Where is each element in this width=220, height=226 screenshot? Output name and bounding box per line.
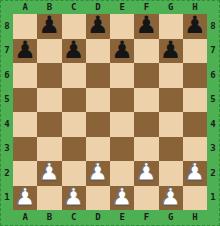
square-h4[interactable] bbox=[183, 112, 207, 137]
file-label-g-top: G bbox=[159, 1, 183, 14]
chess-board-frame: ABCDEFGH8♟♟♟♟87♟♟♟♟7665544332♟♟♟♟21♟♟♟♟1… bbox=[0, 0, 220, 226]
square-f6[interactable] bbox=[134, 63, 158, 88]
file-label-f-bottom: F bbox=[134, 210, 158, 225]
rank-label-7-right: 7 bbox=[207, 39, 219, 64]
square-c3[interactable] bbox=[62, 137, 86, 162]
square-b1[interactable] bbox=[37, 186, 61, 211]
white-pawn[interactable]: ♟ bbox=[87, 160, 109, 184]
file-label-b-bottom: B bbox=[37, 210, 61, 225]
square-f2[interactable]: ♟ bbox=[134, 161, 158, 186]
square-d4[interactable] bbox=[86, 112, 110, 137]
square-h5[interactable] bbox=[183, 88, 207, 113]
rank-label-3-right: 3 bbox=[207, 137, 219, 162]
rank-label-2-right: 2 bbox=[207, 161, 219, 186]
square-a4[interactable] bbox=[13, 112, 37, 137]
square-e3[interactable] bbox=[110, 137, 134, 162]
square-c1[interactable]: ♟ bbox=[62, 186, 86, 211]
square-a3[interactable] bbox=[13, 137, 37, 162]
file-label-c-bottom: C bbox=[62, 210, 86, 225]
file-label-h-bottom: H bbox=[183, 210, 207, 225]
black-pawn[interactable]: ♟ bbox=[14, 38, 36, 62]
file-label-d-bottom: D bbox=[86, 210, 110, 225]
square-g5[interactable] bbox=[159, 88, 183, 113]
square-g1[interactable]: ♟ bbox=[159, 186, 183, 211]
rank-label-6-right: 6 bbox=[207, 63, 219, 88]
square-e5[interactable] bbox=[110, 88, 134, 113]
square-a1[interactable]: ♟ bbox=[13, 186, 37, 211]
square-b6[interactable] bbox=[37, 63, 61, 88]
border-corner bbox=[1, 1, 13, 14]
file-label-a-top: A bbox=[13, 1, 37, 14]
square-e6[interactable] bbox=[110, 63, 134, 88]
black-pawn[interactable]: ♟ bbox=[136, 13, 158, 37]
rank-label-1-left: 1 bbox=[1, 186, 13, 211]
black-pawn[interactable]: ♟ bbox=[39, 13, 61, 37]
white-pawn[interactable]: ♟ bbox=[184, 160, 206, 184]
rank-label-7-left: 7 bbox=[1, 39, 13, 64]
square-d5[interactable] bbox=[86, 88, 110, 113]
file-label-g-bottom: G bbox=[159, 210, 183, 225]
white-pawn[interactable]: ♟ bbox=[136, 160, 158, 184]
square-f7[interactable] bbox=[134, 39, 158, 64]
square-c5[interactable] bbox=[62, 88, 86, 113]
rank-label-1-right: 1 bbox=[207, 186, 219, 211]
square-b8[interactable]: ♟ bbox=[37, 14, 61, 39]
square-d1[interactable] bbox=[86, 186, 110, 211]
rank-label-4-right: 4 bbox=[207, 112, 219, 137]
square-b7[interactable] bbox=[37, 39, 61, 64]
square-g7[interactable]: ♟ bbox=[159, 39, 183, 64]
square-e1[interactable]: ♟ bbox=[110, 186, 134, 211]
square-d2[interactable]: ♟ bbox=[86, 161, 110, 186]
white-pawn[interactable]: ♟ bbox=[160, 185, 182, 209]
white-pawn[interactable]: ♟ bbox=[111, 185, 133, 209]
square-f1[interactable] bbox=[134, 186, 158, 211]
border-corner bbox=[1, 210, 13, 225]
black-pawn[interactable]: ♟ bbox=[184, 13, 206, 37]
square-c6[interactable] bbox=[62, 63, 86, 88]
square-h7[interactable] bbox=[183, 39, 207, 64]
rank-label-8-left: 8 bbox=[1, 14, 13, 39]
border-corner bbox=[207, 1, 219, 14]
square-a6[interactable] bbox=[13, 63, 37, 88]
square-c7[interactable]: ♟ bbox=[62, 39, 86, 64]
black-pawn[interactable]: ♟ bbox=[63, 38, 85, 62]
white-pawn[interactable]: ♟ bbox=[14, 185, 36, 209]
square-f8[interactable]: ♟ bbox=[134, 14, 158, 39]
square-h2[interactable]: ♟ bbox=[183, 161, 207, 186]
square-f5[interactable] bbox=[134, 88, 158, 113]
rank-label-5-left: 5 bbox=[1, 88, 13, 113]
square-b5[interactable] bbox=[37, 88, 61, 113]
square-g3[interactable] bbox=[159, 137, 183, 162]
rank-label-8-right: 8 bbox=[207, 14, 219, 39]
square-d6[interactable] bbox=[86, 63, 110, 88]
white-pawn[interactable]: ♟ bbox=[63, 185, 85, 209]
square-g6[interactable] bbox=[159, 63, 183, 88]
square-h1[interactable] bbox=[183, 186, 207, 211]
black-pawn[interactable]: ♟ bbox=[87, 13, 109, 37]
square-c4[interactable] bbox=[62, 112, 86, 137]
square-h6[interactable] bbox=[183, 63, 207, 88]
square-a7[interactable]: ♟ bbox=[13, 39, 37, 64]
square-g4[interactable] bbox=[159, 112, 183, 137]
square-h8[interactable]: ♟ bbox=[183, 14, 207, 39]
file-label-c-top: C bbox=[62, 1, 86, 14]
file-label-e-bottom: E bbox=[110, 210, 134, 225]
black-pawn[interactable]: ♟ bbox=[111, 38, 133, 62]
square-e4[interactable] bbox=[110, 112, 134, 137]
square-f4[interactable] bbox=[134, 112, 158, 137]
white-pawn[interactable]: ♟ bbox=[39, 160, 61, 184]
square-a5[interactable] bbox=[13, 88, 37, 113]
rank-label-6-left: 6 bbox=[1, 63, 13, 88]
square-d7[interactable] bbox=[86, 39, 110, 64]
black-pawn[interactable]: ♟ bbox=[160, 38, 182, 62]
square-b2[interactable]: ♟ bbox=[37, 161, 61, 186]
square-b4[interactable] bbox=[37, 112, 61, 137]
rank-label-4-left: 4 bbox=[1, 112, 13, 137]
square-d8[interactable]: ♟ bbox=[86, 14, 110, 39]
border-corner bbox=[207, 210, 219, 225]
rank-label-3-left: 3 bbox=[1, 137, 13, 162]
rank-label-5-right: 5 bbox=[207, 88, 219, 113]
file-label-a-bottom: A bbox=[13, 210, 37, 225]
rank-label-2-left: 2 bbox=[1, 161, 13, 186]
square-e7[interactable]: ♟ bbox=[110, 39, 134, 64]
file-label-e-top: E bbox=[110, 1, 134, 14]
